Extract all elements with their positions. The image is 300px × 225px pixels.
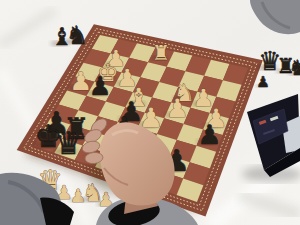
captured-black-n-1[interactable]: ♞ [65, 21, 88, 50]
svg-text:♛: ♛ [55, 125, 83, 161]
svg-text:♜: ♜ [152, 41, 171, 65]
piece-white-p-c4[interactable]: ♟ [165, 94, 188, 123]
svg-text:♟: ♟ [89, 72, 112, 101]
piece-black-p-g4[interactable]: ♟ [88, 72, 111, 101]
svg-text:♞: ♞ [289, 56, 300, 80]
svg-text:♞: ♞ [66, 21, 88, 50]
svg-text:♟: ♟ [198, 119, 222, 150]
captured-black-pieces-top-left: ♝♞ [50, 21, 88, 52]
chess-game-photo: ♝♞ ♛♜♞♟ ♜♟♚♟♞♟♟♟♝♟♟♟♟♟♟♟♜♟♚♛ ♛♟♟♞♟ [0, 0, 300, 225]
piece-white-r-e1[interactable]: ♜ [151, 41, 170, 65]
captured-black-p-tr-3[interactable]: ♟ [256, 73, 270, 91]
scene-svg: ♝♞ ♛♜♞♟ ♜♟♚♟♞♟♟♟♝♟♟♟♟♟♟♟♜♟♚♛ ♛♟♟♞♟ [0, 0, 300, 225]
piece-black-p-a5[interactable]: ♟ [197, 119, 222, 150]
piece-black-q-g8[interactable]: ♛ [54, 125, 83, 161]
captured-black-n-tr-2[interactable]: ♞ [288, 56, 300, 80]
svg-text:♟: ♟ [166, 94, 189, 123]
svg-text:♟: ♟ [256, 73, 269, 91]
